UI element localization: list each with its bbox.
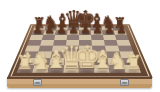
piece-black-pawn: ♟ — [116, 23, 127, 35]
square-e7: ♟ — [79, 30, 91, 35]
piece-black-pawn: ♟ — [104, 23, 115, 35]
piece-white-rook: ♜ — [125, 54, 142, 73]
piece-black-pawn: ♟ — [80, 23, 91, 35]
square-h7: ♟ — [114, 30, 127, 35]
frame-inlay-line: ♜♞♝♛♚♝♞♜♟♟♟♟♟♟♟♟♟♟♟♟♟♟♟♟♜♞♝♛♚♝♞♜ — [10, 25, 150, 77]
piece-black-pawn: ♟ — [92, 23, 103, 35]
square-h5 — [116, 40, 130, 45]
board-perspective: ♜♞♝♛♚♝♞♜♟♟♟♟♟♟♟♟♟♟♟♟♟♟♟♟♜♞♝♛♚♝♞♜ — [7, 24, 153, 78]
square-a7: ♟ — [31, 30, 44, 35]
chess-set-product-photo: ♜♞♝♛♚♝♞♜♟♟♟♟♟♟♟♟♟♟♟♟♟♟♟♟♜♞♝♛♚♝♞♜ — [0, 0, 160, 92]
square-c7: ♟ — [55, 30, 67, 35]
piece-black-pawn: ♟ — [32, 23, 43, 35]
piece-black-pawn: ♟ — [44, 23, 55, 35]
clasp-icon — [33, 79, 42, 86]
square-h1: ♜ — [123, 65, 141, 73]
chess-board: ♜♞♝♛♚♝♞♜♟♟♟♟♟♟♟♟♟♟♟♟♟♟♟♟♜♞♝♛♚♝♞♜ — [17, 26, 141, 73]
piece-black-pawn: ♟ — [56, 23, 67, 35]
piece-black-pawn: ♟ — [68, 23, 79, 35]
square-d7: ♟ — [67, 30, 79, 35]
board-frame: ♜♞♝♛♚♝♞♜♟♟♟♟♟♟♟♟♟♟♟♟♟♟♟♟♜♞♝♛♚♝♞♜ — [7, 24, 153, 78]
square-g1: ♞ — [108, 65, 125, 73]
square-g7: ♟ — [102, 30, 115, 35]
box-front-panel — [7, 77, 152, 88]
clasp-icon — [120, 79, 129, 86]
square-f7: ♟ — [91, 30, 103, 35]
square-b7: ♟ — [43, 30, 56, 35]
